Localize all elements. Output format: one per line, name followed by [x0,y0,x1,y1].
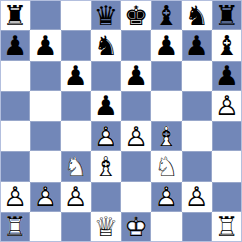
square-e1[interactable]: ♚♔ [121,212,151,242]
chess-board: ♜♛♚♝♞♜♟♟♞♟♟♝♟♟♟♟♟♙♟♙♟♙♝♗♞♘♝♗♞♘♟♙♟♙♟♙♟♙♟♙… [0,0,242,242]
square-h8[interactable]: ♜ [212,0,242,30]
square-c3[interactable]: ♞♘ [61,151,91,181]
white-queen-piece[interactable]: ♛♕ [91,212,121,242]
square-f8[interactable]: ♝ [151,0,181,30]
white-king-piece[interactable]: ♚♔ [121,212,151,242]
black-pawn-piece[interactable]: ♟ [61,61,91,91]
black-rook-piece[interactable]: ♜ [0,0,30,30]
square-a2[interactable]: ♟♙ [0,182,30,212]
piece-glyph: ♟ [30,30,60,60]
white-pawn-piece[interactable]: ♟♙ [121,121,151,151]
piece-glyph: ♜ [212,0,242,30]
white-pawn-piece[interactable]: ♟♙ [30,182,60,212]
square-c8[interactable] [61,0,91,30]
square-b7[interactable]: ♟ [30,30,60,60]
piece-outline-glyph: ♙ [182,182,212,212]
square-g2[interactable]: ♟♙ [182,182,212,212]
piece-glyph: ♞ [182,0,212,30]
piece-outline-glyph: ♗ [91,151,121,181]
square-d7[interactable]: ♞ [91,30,121,60]
piece-outline-glyph: ♖ [0,212,30,242]
white-pawn-piece[interactable]: ♟♙ [61,182,91,212]
piece-glyph: ♜ [0,0,30,30]
square-c7[interactable] [61,30,91,60]
square-d2[interactable] [91,182,121,212]
square-b2[interactable]: ♟♙ [30,182,60,212]
black-pawn-piece[interactable]: ♟ [151,30,181,60]
white-bishop-piece[interactable]: ♝♗ [151,121,181,151]
square-f1[interactable] [151,212,181,242]
square-h5[interactable]: ♟♙ [212,91,242,121]
white-pawn-piece[interactable]: ♟♙ [212,91,242,121]
black-bishop-piece[interactable]: ♝ [151,0,181,30]
piece-glyph: ♞ [91,30,121,60]
piece-glyph: ♛ [91,0,121,30]
piece-outline-glyph: ♖ [212,212,242,242]
square-f3[interactable]: ♞♘ [151,151,181,181]
white-pawn-piece[interactable]: ♟♙ [151,182,181,212]
square-c5[interactable] [61,91,91,121]
square-g1[interactable] [182,212,212,242]
piece-glyph: ♚ [121,0,151,30]
black-pawn-piece[interactable]: ♟ [91,91,121,121]
square-d5[interactable]: ♟ [91,91,121,121]
piece-outline-glyph: ♙ [0,182,30,212]
black-pawn-piece[interactable]: ♟ [182,30,212,60]
black-king-piece[interactable]: ♚ [121,0,151,30]
square-f7[interactable]: ♟ [151,30,181,60]
white-knight-piece[interactable]: ♞♘ [151,151,181,181]
square-h1[interactable]: ♜♖ [212,212,242,242]
white-knight-piece[interactable]: ♞♘ [61,151,91,181]
white-rook-piece[interactable]: ♜♖ [0,212,30,242]
square-d1[interactable]: ♛♕ [91,212,121,242]
square-a3[interactable] [0,151,30,181]
black-knight-piece[interactable]: ♞ [182,0,212,30]
square-a4[interactable] [0,121,30,151]
square-e2[interactable] [121,182,151,212]
square-b5[interactable] [30,91,60,121]
square-e7[interactable] [121,30,151,60]
square-g5[interactable] [182,91,212,121]
square-a5[interactable] [0,91,30,121]
white-pawn-piece[interactable]: ♟♙ [0,182,30,212]
piece-outline-glyph: ♔ [121,212,151,242]
piece-outline-glyph: ♘ [151,151,181,181]
square-h2[interactable] [212,182,242,212]
square-e3[interactable] [121,151,151,181]
square-f4[interactable]: ♝♗ [151,121,181,151]
square-h4[interactable] [212,121,242,151]
square-b4[interactable] [30,121,60,151]
square-b8[interactable] [30,0,60,30]
piece-glyph: ♟ [61,61,91,91]
piece-glyph: ♟ [91,91,121,121]
square-g4[interactable] [182,121,212,151]
black-queen-piece[interactable]: ♛ [91,0,121,30]
piece-glyph: ♟ [151,30,181,60]
square-g8[interactable]: ♞ [182,0,212,30]
square-d8[interactable]: ♛ [91,0,121,30]
square-f5[interactable] [151,91,181,121]
square-h7[interactable]: ♝ [212,30,242,60]
piece-outline-glyph: ♘ [61,151,91,181]
piece-outline-glyph: ♙ [212,91,242,121]
square-a7[interactable]: ♟ [0,30,30,60]
square-d6[interactable] [91,61,121,91]
piece-outline-glyph: ♙ [91,121,121,151]
square-b3[interactable] [30,151,60,181]
square-h6[interactable]: ♟ [212,61,242,91]
square-d3[interactable]: ♝♗ [91,151,121,181]
square-f2[interactable]: ♟♙ [151,182,181,212]
piece-outline-glyph: ♕ [91,212,121,242]
square-a6[interactable] [0,61,30,91]
black-rook-piece[interactable]: ♜ [212,0,242,30]
piece-glyph: ♟ [182,30,212,60]
square-d4[interactable]: ♟♙ [91,121,121,151]
square-b6[interactable] [30,61,60,91]
square-h3[interactable] [212,151,242,181]
square-e4[interactable]: ♟♙ [121,121,151,151]
square-g3[interactable] [182,151,212,181]
piece-glyph: ♟ [212,61,242,91]
black-pawn-piece[interactable]: ♟ [0,30,30,60]
square-g6[interactable] [182,61,212,91]
piece-outline-glyph: ♙ [121,121,151,151]
piece-glyph: ♟ [121,61,151,91]
piece-outline-glyph: ♗ [151,121,181,151]
square-e8[interactable]: ♚ [121,0,151,30]
piece-outline-glyph: ♙ [30,182,60,212]
square-c2[interactable]: ♟♙ [61,182,91,212]
white-pawn-piece[interactable]: ♟♙ [91,121,121,151]
black-bishop-piece[interactable]: ♝ [212,30,242,60]
square-c1[interactable] [61,212,91,242]
black-pawn-piece[interactable]: ♟ [30,30,60,60]
piece-glyph: ♝ [151,0,181,30]
square-e6[interactable]: ♟ [121,61,151,91]
black-knight-piece[interactable]: ♞ [91,30,121,60]
piece-glyph: ♟ [0,30,30,60]
white-bishop-piece[interactable]: ♝♗ [91,151,121,181]
square-f6[interactable] [151,61,181,91]
white-pawn-piece[interactable]: ♟♙ [182,182,212,212]
square-g7[interactable]: ♟ [182,30,212,60]
black-pawn-piece[interactable]: ♟ [212,61,242,91]
piece-outline-glyph: ♙ [61,182,91,212]
square-a1[interactable]: ♜♖ [0,212,30,242]
square-a8[interactable]: ♜ [0,0,30,30]
square-b1[interactable] [30,212,60,242]
square-c6[interactable]: ♟ [61,61,91,91]
piece-outline-glyph: ♙ [151,182,181,212]
white-rook-piece[interactable]: ♜♖ [212,212,242,242]
black-pawn-piece[interactable]: ♟ [121,61,151,91]
piece-glyph: ♝ [212,30,242,60]
square-e5[interactable] [121,91,151,121]
square-c4[interactable] [61,121,91,151]
